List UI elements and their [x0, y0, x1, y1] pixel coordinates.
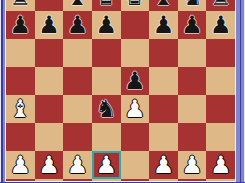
square-a6[interactable] — [6, 39, 35, 67]
square-e3[interactable] — [121, 123, 150, 151]
square-c2[interactable]: ♟ — [63, 151, 92, 179]
square-c8[interactable]: ♝ — [63, 0, 92, 11]
piece-white-bishop: ♝ — [6, 95, 35, 123]
window-border-right-light — [244, 0, 245, 183]
piece-white-pawn: ♟ — [149, 151, 178, 179]
square-h3[interactable] — [206, 123, 235, 151]
square-d3[interactable] — [92, 123, 121, 151]
square-a3[interactable] — [6, 123, 35, 151]
square-b5[interactable] — [35, 67, 64, 95]
square-d2[interactable]: ♟ — [92, 151, 121, 179]
square-b6[interactable] — [35, 39, 64, 67]
chess-board: ♜♝♛♚♝♞♜♟♟♟♟♟♟♟♟♝♞♟♟♟♟♟♟♟♟♜♞♝♛♚♞♜ — [6, 0, 235, 182]
piece-white-rook: ♜ — [206, 179, 235, 182]
square-f8[interactable]: ♝ — [149, 0, 178, 11]
square-g8[interactable]: ♞ — [178, 0, 207, 11]
square-h7[interactable]: ♟ — [206, 11, 235, 39]
square-e5[interactable]: ♟ — [121, 67, 150, 95]
piece-black-pawn: ♟ — [149, 11, 178, 39]
piece-black-knight: ♞ — [178, 0, 207, 11]
piece-black-pawn: ♟ — [121, 67, 150, 95]
piece-white-pawn: ♟ — [206, 151, 235, 179]
square-f3[interactable] — [149, 123, 178, 151]
square-b7[interactable]: ♟ — [35, 11, 64, 39]
piece-white-knight: ♞ — [178, 179, 207, 182]
square-h5[interactable] — [206, 67, 235, 95]
piece-black-pawn: ♟ — [92, 11, 121, 39]
piece-white-queen: ♛ — [92, 179, 121, 182]
square-b4[interactable] — [35, 95, 64, 123]
piece-white-knight: ♞ — [35, 179, 64, 182]
square-f6[interactable] — [149, 39, 178, 67]
square-a2[interactable]: ♟ — [6, 151, 35, 179]
square-e7[interactable] — [121, 11, 150, 39]
square-a7[interactable]: ♟ — [6, 11, 35, 39]
piece-black-pawn: ♟ — [63, 11, 92, 39]
square-h6[interactable] — [206, 39, 235, 67]
square-d6[interactable] — [92, 39, 121, 67]
piece-white-pawn: ♟ — [35, 151, 64, 179]
piece-black-rook: ♜ — [206, 0, 235, 11]
square-h2[interactable]: ♟ — [206, 151, 235, 179]
board-viewport: ♜♝♛♚♝♞♜♟♟♟♟♟♟♟♟♝♞♟♟♟♟♟♟♟♟♜♞♝♛♚♞♜ — [5, 0, 236, 182]
square-e4[interactable]: ♟ — [121, 95, 150, 123]
square-f7[interactable]: ♟ — [149, 11, 178, 39]
square-f5[interactable] — [149, 67, 178, 95]
window-border-bottom-dark — [0, 182, 245, 183]
square-c1[interactable]: ♝ — [63, 179, 92, 182]
chess-app-window: ♜♝♛♚♝♞♜♟♟♟♟♟♟♟♟♝♞♟♟♟♟♟♟♟♟♜♞♝♛♚♞♜ — [0, 0, 245, 183]
square-c5[interactable] — [63, 67, 92, 95]
square-g5[interactable] — [178, 67, 207, 95]
piece-white-pawn: ♟ — [63, 151, 92, 179]
square-e6[interactable] — [121, 39, 150, 67]
piece-white-pawn: ♟ — [178, 151, 207, 179]
square-h1[interactable]: ♜ — [206, 179, 235, 182]
square-f4[interactable] — [149, 95, 178, 123]
piece-white-pawn: ♟ — [92, 151, 121, 179]
piece-black-pawn: ♟ — [178, 11, 207, 39]
square-d8[interactable]: ♛ — [92, 0, 121, 11]
piece-white-pawn: ♟ — [6, 151, 35, 179]
square-g4[interactable] — [178, 95, 207, 123]
square-d7[interactable]: ♟ — [92, 11, 121, 39]
square-h4[interactable] — [206, 95, 235, 123]
square-g2[interactable]: ♟ — [178, 151, 207, 179]
piece-black-queen: ♛ — [92, 0, 121, 11]
piece-black-king: ♚ — [121, 0, 150, 11]
piece-black-bishop: ♝ — [149, 0, 178, 11]
square-h8[interactable]: ♜ — [206, 0, 235, 11]
square-e1[interactable]: ♚ — [121, 179, 150, 182]
piece-black-rook: ♜ — [6, 0, 35, 11]
piece-black-pawn: ♟ — [35, 11, 64, 39]
piece-white-bishop: ♝ — [63, 179, 92, 182]
square-e2[interactable] — [121, 151, 150, 179]
square-b3[interactable] — [35, 123, 64, 151]
square-f2[interactable]: ♟ — [149, 151, 178, 179]
window-border-left-dark — [1, 0, 3, 183]
square-f1[interactable] — [149, 179, 178, 182]
piece-white-king: ♚ — [121, 179, 150, 182]
square-c4[interactable] — [63, 95, 92, 123]
square-a5[interactable] — [6, 67, 35, 95]
square-a8[interactable]: ♜ — [6, 0, 35, 11]
square-g6[interactable] — [178, 39, 207, 67]
square-g3[interactable] — [178, 123, 207, 151]
piece-white-rook: ♜ — [6, 179, 35, 182]
square-b8[interactable] — [35, 0, 64, 11]
piece-white-pawn: ♟ — [121, 95, 150, 123]
square-g1[interactable]: ♞ — [178, 179, 207, 182]
window-border-right-dark — [240, 0, 241, 183]
square-a1[interactable]: ♜ — [6, 179, 35, 182]
square-c6[interactable] — [63, 39, 92, 67]
square-a4[interactable]: ♝ — [6, 95, 35, 123]
piece-black-knight: ♞ — [92, 95, 121, 123]
square-b1[interactable]: ♞ — [35, 179, 64, 182]
square-b2[interactable]: ♟ — [35, 151, 64, 179]
piece-black-pawn: ♟ — [206, 11, 235, 39]
square-d1[interactable]: ♛ — [92, 179, 121, 182]
square-g7[interactable]: ♟ — [178, 11, 207, 39]
square-d5[interactable] — [92, 67, 121, 95]
square-e8[interactable]: ♚ — [121, 0, 150, 11]
square-c7[interactable]: ♟ — [63, 11, 92, 39]
square-d4[interactable]: ♞ — [92, 95, 121, 123]
square-c3[interactable] — [63, 123, 92, 151]
piece-black-bishop: ♝ — [63, 0, 92, 11]
piece-black-pawn: ♟ — [6, 11, 35, 39]
